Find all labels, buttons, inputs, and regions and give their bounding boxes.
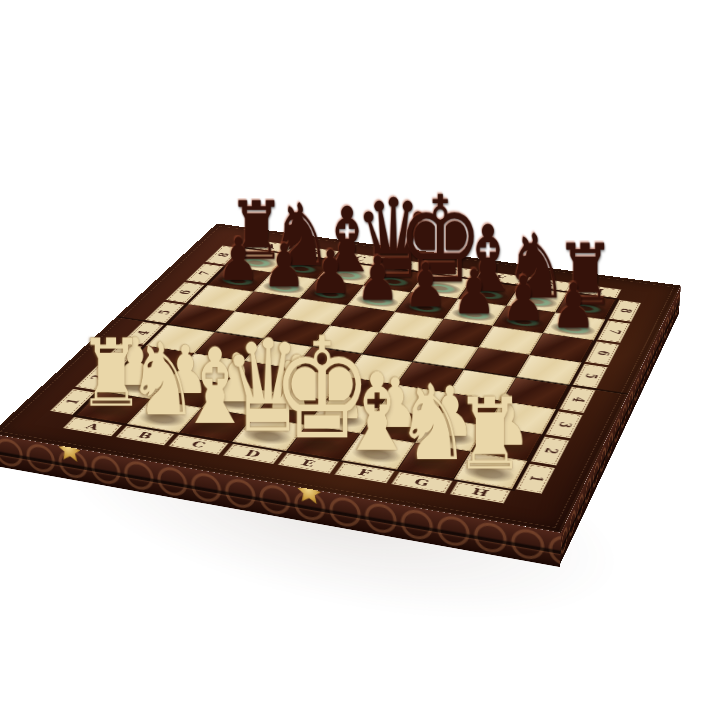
black-pawn-glyph: ♟ bbox=[403, 259, 447, 311]
white-rook-glyph: ♜ bbox=[454, 393, 525, 477]
black-pawn-glyph: ♟ bbox=[452, 266, 496, 318]
black-pawn-glyph: ♟ bbox=[501, 273, 545, 326]
black-pawn-glyph: ♟ bbox=[262, 240, 305, 291]
black-pawn-glyph: ♟ bbox=[551, 279, 596, 332]
board-top-face: ABCDEFGH ABCDEFGH 87654321 87654321 ♜♞♝♛… bbox=[0, 223, 681, 532]
black-pawn-glyph: ♟ bbox=[309, 246, 352, 297]
board-3d-stage: ABCDEFGH ABCDEFGH 87654321 87654321 ♜♞♝♛… bbox=[0, 0, 720, 720]
folding-chess-board-box: ABCDEFGH ABCDEFGH 87654321 87654321 ♜♞♝♛… bbox=[0, 223, 681, 532]
chess-set-photo-scene: ABCDEFGH ABCDEFGH 87654321 87654321 ♜♞♝♛… bbox=[0, 0, 720, 720]
black-pawn-glyph: ♟ bbox=[356, 253, 399, 304]
black-pawn-glyph: ♟ bbox=[217, 234, 259, 284]
coordinate-label: 4 bbox=[559, 387, 596, 413]
